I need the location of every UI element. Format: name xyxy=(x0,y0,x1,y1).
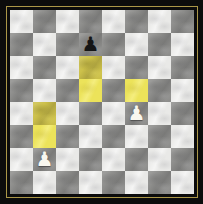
square-f8[interactable] xyxy=(125,10,148,33)
square-e7[interactable] xyxy=(102,33,125,56)
square-g5[interactable] xyxy=(148,79,171,102)
square-e8[interactable] xyxy=(102,10,125,33)
square-d7[interactable]: ♟ xyxy=(79,33,102,56)
square-d2[interactable] xyxy=(79,148,102,171)
square-c4[interactable] xyxy=(56,102,79,125)
square-g2[interactable] xyxy=(148,148,171,171)
square-f6[interactable] xyxy=(125,56,148,79)
square-c8[interactable] xyxy=(56,10,79,33)
square-f2[interactable] xyxy=(125,148,148,171)
square-f1[interactable] xyxy=(125,171,148,194)
chess-board: ♟♟♟ xyxy=(10,10,194,194)
square-a7[interactable] xyxy=(10,33,33,56)
square-c7[interactable] xyxy=(56,33,79,56)
square-h3[interactable] xyxy=(171,125,194,148)
black-pawn-d7[interactable]: ♟ xyxy=(82,34,100,54)
square-g1[interactable] xyxy=(148,171,171,194)
square-d1[interactable] xyxy=(79,171,102,194)
square-e3[interactable] xyxy=(102,125,125,148)
square-f3[interactable] xyxy=(125,125,148,148)
square-b6[interactable] xyxy=(33,56,56,79)
square-c2[interactable] xyxy=(56,148,79,171)
chess-board-frame: ♟♟♟ xyxy=(0,0,203,204)
square-h7[interactable] xyxy=(171,33,194,56)
square-e6[interactable] xyxy=(102,56,125,79)
square-a6[interactable] xyxy=(10,56,33,79)
square-a1[interactable] xyxy=(10,171,33,194)
square-f7[interactable] xyxy=(125,33,148,56)
square-a3[interactable] xyxy=(10,125,33,148)
square-e1[interactable] xyxy=(102,171,125,194)
square-c5[interactable] xyxy=(56,79,79,102)
square-e5[interactable] xyxy=(102,79,125,102)
white-pawn-f4[interactable]: ♟ xyxy=(128,103,146,123)
square-h1[interactable] xyxy=(171,171,194,194)
square-b7[interactable] xyxy=(33,33,56,56)
square-a2[interactable] xyxy=(10,148,33,171)
square-d5[interactable] xyxy=(79,79,102,102)
square-g3[interactable] xyxy=(148,125,171,148)
square-f5[interactable] xyxy=(125,79,148,102)
square-d6[interactable] xyxy=(79,56,102,79)
square-h2[interactable] xyxy=(171,148,194,171)
square-g4[interactable] xyxy=(148,102,171,125)
square-d8[interactable] xyxy=(79,10,102,33)
square-c1[interactable] xyxy=(56,171,79,194)
square-b2[interactable]: ♟ xyxy=(33,148,56,171)
square-b3[interactable] xyxy=(33,125,56,148)
square-h4[interactable] xyxy=(171,102,194,125)
square-d4[interactable] xyxy=(79,102,102,125)
square-b4[interactable] xyxy=(33,102,56,125)
white-pawn-b2[interactable]: ♟ xyxy=(36,149,54,169)
square-a4[interactable] xyxy=(10,102,33,125)
square-e4[interactable] xyxy=(102,102,125,125)
square-c3[interactable] xyxy=(56,125,79,148)
square-a8[interactable] xyxy=(10,10,33,33)
square-e2[interactable] xyxy=(102,148,125,171)
square-f4[interactable]: ♟ xyxy=(125,102,148,125)
square-g6[interactable] xyxy=(148,56,171,79)
square-h5[interactable] xyxy=(171,79,194,102)
square-b8[interactable] xyxy=(33,10,56,33)
square-c6[interactable] xyxy=(56,56,79,79)
square-b1[interactable] xyxy=(33,171,56,194)
square-g8[interactable] xyxy=(148,10,171,33)
square-h6[interactable] xyxy=(171,56,194,79)
square-a5[interactable] xyxy=(10,79,33,102)
square-h8[interactable] xyxy=(171,10,194,33)
square-b5[interactable] xyxy=(33,79,56,102)
square-d3[interactable] xyxy=(79,125,102,148)
square-g7[interactable] xyxy=(148,33,171,56)
